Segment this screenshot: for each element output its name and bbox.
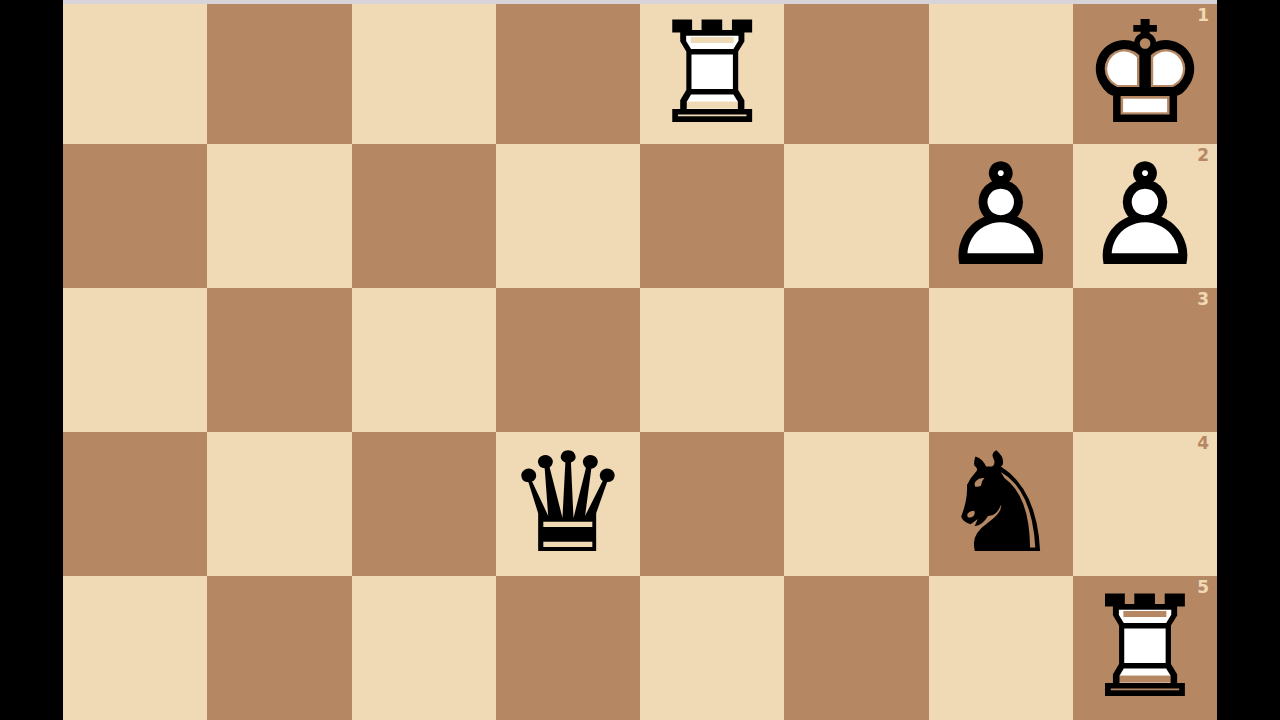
app-background: ♜♖1♚♔♟♙2♟♙3♛♞45♜♖ [0,0,1280,720]
white-rook-d1[interactable]: ♜♖ [640,4,784,144]
square-c1[interactable] [784,4,928,144]
square-h3[interactable] [63,288,207,432]
white-pawn-outline: ♙ [1083,147,1207,285]
white-rook-outline: ♖ [650,5,774,143]
white-pawn-b2[interactable]: ♟♙ [929,144,1073,288]
white-king-a1[interactable]: ♚♔ [1073,4,1217,144]
square-h4[interactable] [63,432,207,576]
square-c2[interactable] [784,144,928,288]
square-d5[interactable] [640,576,784,720]
square-b1[interactable] [929,4,1073,144]
square-e1[interactable] [496,4,640,144]
square-b4[interactable]: ♞ [929,432,1073,576]
black-knight-b4[interactable]: ♞ [929,432,1073,576]
black-queen-glyph: ♛ [506,435,630,573]
square-e4[interactable]: ♛ [496,432,640,576]
black-queen-e4[interactable]: ♛ [496,432,640,576]
square-f1[interactable] [352,4,496,144]
square-g3[interactable] [207,288,351,432]
square-b5[interactable] [929,576,1073,720]
square-a5[interactable]: 5♜♖ [1073,576,1217,720]
white-pawn-outline: ♙ [939,147,1063,285]
square-e5[interactable] [496,576,640,720]
rank-label-3: 3 [1197,291,1209,308]
square-f2[interactable] [352,144,496,288]
square-f5[interactable] [352,576,496,720]
square-a2[interactable]: 2♟♙ [1073,144,1217,288]
white-king-outline: ♔ [1083,5,1207,143]
square-e2[interactable] [496,144,640,288]
square-a1[interactable]: 1♚♔ [1073,4,1217,144]
square-g2[interactable] [207,144,351,288]
square-d1[interactable]: ♜♖ [640,4,784,144]
square-c4[interactable] [784,432,928,576]
chess-board: ♜♖1♚♔♟♙2♟♙3♛♞45♜♖ [63,4,1217,720]
square-d3[interactable] [640,288,784,432]
square-h1[interactable] [63,4,207,144]
square-b2[interactable]: ♟♙ [929,144,1073,288]
square-c3[interactable] [784,288,928,432]
square-b3[interactable] [929,288,1073,432]
square-g4[interactable] [207,432,351,576]
square-g5[interactable] [207,576,351,720]
white-rook-outline: ♖ [1083,579,1207,717]
square-a4[interactable]: 4 [1073,432,1217,576]
white-rook-a5[interactable]: ♜♖ [1073,576,1217,720]
square-a3[interactable]: 3 [1073,288,1217,432]
square-f4[interactable] [352,432,496,576]
square-f3[interactable] [352,288,496,432]
black-knight-glyph: ♞ [939,435,1063,573]
rank-label-4: 4 [1197,435,1209,452]
square-g1[interactable] [207,4,351,144]
square-c5[interactable] [784,576,928,720]
square-h2[interactable] [63,144,207,288]
square-h5[interactable] [63,576,207,720]
square-d4[interactable] [640,432,784,576]
square-d2[interactable] [640,144,784,288]
white-pawn-a2[interactable]: ♟♙ [1073,144,1217,288]
square-e3[interactable] [496,288,640,432]
